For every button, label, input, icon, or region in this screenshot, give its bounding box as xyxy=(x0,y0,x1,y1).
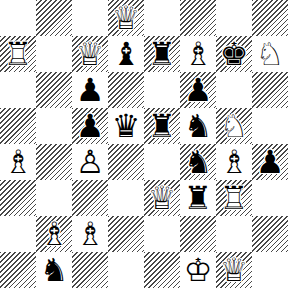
white-rook-g3: ♜♖ xyxy=(216,180,252,216)
square-d3[interactable] xyxy=(108,180,144,216)
square-f1[interactable]: ♚♔ xyxy=(180,252,216,288)
square-a7[interactable]: ♜♖ xyxy=(0,36,36,72)
square-b2[interactable]: ♝♗ xyxy=(36,216,72,252)
square-a5[interactable] xyxy=(0,108,36,144)
white-bishop-g4: ♝♗ xyxy=(216,144,252,180)
black-knight-f5: ♞ xyxy=(180,108,216,144)
square-c2[interactable]: ♝♗ xyxy=(72,216,108,252)
square-b5[interactable] xyxy=(36,108,72,144)
square-h4[interactable]: ♟ xyxy=(252,144,288,180)
square-d4[interactable] xyxy=(108,144,144,180)
square-h5[interactable] xyxy=(252,108,288,144)
square-b7[interactable] xyxy=(36,36,72,72)
square-c8[interactable] xyxy=(72,0,108,36)
white-rook-a7: ♜♖ xyxy=(0,36,36,72)
square-d8[interactable]: ♛♕ xyxy=(108,0,144,36)
black-bishop-d7: ♝ xyxy=(108,36,144,72)
square-g4[interactable]: ♝♗ xyxy=(216,144,252,180)
square-g8[interactable] xyxy=(216,0,252,36)
black-rook-f3: ♜ xyxy=(180,180,216,216)
square-e8[interactable] xyxy=(144,0,180,36)
square-d1[interactable] xyxy=(108,252,144,288)
white-queen-e3: ♛♕ xyxy=(144,180,180,216)
square-g7[interactable]: ♚ xyxy=(216,36,252,72)
black-pawn-c6: ♟ xyxy=(72,72,108,108)
square-e5[interactable]: ♜ xyxy=(144,108,180,144)
black-pawn-f6: ♟ xyxy=(180,72,216,108)
black-pawn-h4: ♟ xyxy=(252,144,288,180)
square-a3[interactable] xyxy=(0,180,36,216)
black-king-g7: ♚ xyxy=(216,36,252,72)
square-b8[interactable] xyxy=(36,0,72,36)
square-g6[interactable] xyxy=(216,72,252,108)
square-e6[interactable] xyxy=(144,72,180,108)
square-d5[interactable]: ♛ xyxy=(108,108,144,144)
white-pawn-c4: ♟♙ xyxy=(72,144,108,180)
square-c6[interactable]: ♟ xyxy=(72,72,108,108)
square-h7[interactable]: ♞♘ xyxy=(252,36,288,72)
square-b4[interactable] xyxy=(36,144,72,180)
square-a8[interactable] xyxy=(0,0,36,36)
black-rook-e7: ♜ xyxy=(144,36,180,72)
square-g5[interactable]: ♞♘ xyxy=(216,108,252,144)
square-b1[interactable]: ♞ xyxy=(36,252,72,288)
square-h2[interactable] xyxy=(252,216,288,252)
square-c4[interactable]: ♟♙ xyxy=(72,144,108,180)
black-knight-b1: ♞ xyxy=(36,252,72,288)
square-d2[interactable] xyxy=(108,216,144,252)
square-c1[interactable] xyxy=(72,252,108,288)
square-d7[interactable]: ♝ xyxy=(108,36,144,72)
square-f2[interactable] xyxy=(180,216,216,252)
white-queen-g1: ♛♕ xyxy=(216,252,252,288)
square-h6[interactable] xyxy=(252,72,288,108)
white-bishop-f7: ♝♗ xyxy=(180,36,216,72)
square-a6[interactable] xyxy=(0,72,36,108)
square-h8[interactable] xyxy=(252,0,288,36)
square-h1[interactable] xyxy=(252,252,288,288)
square-a4[interactable]: ♝♗ xyxy=(0,144,36,180)
square-a2[interactable] xyxy=(0,216,36,252)
square-a1[interactable] xyxy=(0,252,36,288)
square-c3[interactable] xyxy=(72,180,108,216)
black-queen-d5: ♛ xyxy=(108,108,144,144)
square-f7[interactable]: ♝♗ xyxy=(180,36,216,72)
white-knight-h7: ♞♘ xyxy=(252,36,288,72)
square-e7[interactable]: ♜ xyxy=(144,36,180,72)
black-pawn-c5: ♟ xyxy=(72,108,108,144)
black-knight-f4: ♞ xyxy=(180,144,216,180)
white-bishop-c2: ♝♗ xyxy=(72,216,108,252)
square-f3[interactable]: ♜ xyxy=(180,180,216,216)
square-e4[interactable] xyxy=(144,144,180,180)
square-f4[interactable]: ♞ xyxy=(180,144,216,180)
white-bishop-b2: ♝♗ xyxy=(36,216,72,252)
square-f5[interactable]: ♞ xyxy=(180,108,216,144)
chess-board-window: ♛♕♜♖♛♕♝♜♝♗♚♞♘♟♟♟♛♜♞♞♘♝♗♟♙♞♝♗♟♛♕♜♜♖♝♗♝♗♞♚… xyxy=(0,0,288,288)
white-queen-c7: ♛♕ xyxy=(72,36,108,72)
square-e1[interactable] xyxy=(144,252,180,288)
square-c5[interactable]: ♟ xyxy=(72,108,108,144)
white-bishop-a4: ♝♗ xyxy=(0,144,36,180)
white-knight-g5: ♞♘ xyxy=(216,108,252,144)
square-e3[interactable]: ♛♕ xyxy=(144,180,180,216)
white-king-f1: ♚♔ xyxy=(180,252,216,288)
square-f8[interactable] xyxy=(180,0,216,36)
square-d6[interactable] xyxy=(108,72,144,108)
square-g3[interactable]: ♜♖ xyxy=(216,180,252,216)
chess-board: ♛♕♜♖♛♕♝♜♝♗♚♞♘♟♟♟♛♜♞♞♘♝♗♟♙♞♝♗♟♛♕♜♜♖♝♗♝♗♞♚… xyxy=(0,0,288,288)
white-queen-d8: ♛♕ xyxy=(108,0,144,36)
square-c7[interactable]: ♛♕ xyxy=(72,36,108,72)
black-rook-e5: ♜ xyxy=(144,108,180,144)
square-b6[interactable] xyxy=(36,72,72,108)
square-e2[interactable] xyxy=(144,216,180,252)
square-g2[interactable] xyxy=(216,216,252,252)
square-g1[interactable]: ♛♕ xyxy=(216,252,252,288)
square-b3[interactable] xyxy=(36,180,72,216)
square-h3[interactable] xyxy=(252,180,288,216)
square-f6[interactable]: ♟ xyxy=(180,72,216,108)
